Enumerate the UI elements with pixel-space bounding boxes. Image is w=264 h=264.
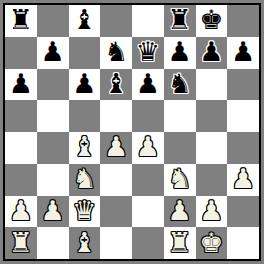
square-g6[interactable] <box>196 69 228 101</box>
white-rook-piece: ♜ <box>168 229 192 256</box>
black-bishop-piece: ♝ <box>72 6 96 33</box>
square-a1[interactable]: ♜ <box>5 227 37 259</box>
square-c4[interactable]: ♝ <box>69 132 101 164</box>
white-pawn-piece: ♟ <box>231 165 255 192</box>
square-b5[interactable] <box>37 100 69 132</box>
square-a2[interactable]: ♟ <box>5 196 37 228</box>
square-f1[interactable]: ♜ <box>164 227 196 259</box>
black-pawn-piece: ♟ <box>231 38 255 65</box>
square-g5[interactable] <box>196 100 228 132</box>
square-b1[interactable] <box>37 227 69 259</box>
square-f5[interactable] <box>164 100 196 132</box>
square-c6[interactable]: ♟ <box>69 69 101 101</box>
square-h5[interactable] <box>227 100 259 132</box>
black-king-piece: ♚ <box>199 6 223 33</box>
square-f8[interactable]: ♜ <box>164 5 196 37</box>
black-pawn-piece: ♟ <box>199 38 223 65</box>
square-b3[interactable] <box>37 164 69 196</box>
square-g1[interactable]: ♚ <box>196 227 228 259</box>
black-pawn-piece: ♟ <box>136 70 160 97</box>
square-a6[interactable]: ♟ <box>5 69 37 101</box>
square-h1[interactable] <box>227 227 259 259</box>
square-d6[interactable]: ♝ <box>100 69 132 101</box>
black-bishop-piece: ♝ <box>104 70 128 97</box>
white-pawn-piece: ♟ <box>41 197 65 224</box>
square-e5[interactable] <box>132 100 164 132</box>
square-h7[interactable]: ♟ <box>227 37 259 69</box>
square-h8[interactable] <box>227 5 259 37</box>
black-pawn-piece: ♟ <box>168 38 192 65</box>
white-king-piece: ♚ <box>199 229 223 256</box>
black-knight-piece: ♞ <box>168 70 192 97</box>
square-f4[interactable] <box>164 132 196 164</box>
square-h3[interactable]: ♟ <box>227 164 259 196</box>
square-c8[interactable]: ♝ <box>69 5 101 37</box>
black-pawn-piece: ♟ <box>9 70 33 97</box>
square-d7[interactable]: ♞ <box>100 37 132 69</box>
white-knight-piece: ♞ <box>168 165 192 192</box>
square-d3[interactable] <box>100 164 132 196</box>
board-frame: ♜♝♜♚♟♞♛♟♟♟♟♟♝♟♞♝♟♟♞♞♟♟♟♛♟♟♜♝♜♚ <box>0 0 264 264</box>
square-c5[interactable] <box>69 100 101 132</box>
black-pawn-piece: ♟ <box>41 38 65 65</box>
square-d5[interactable] <box>100 100 132 132</box>
square-b2[interactable]: ♟ <box>37 196 69 228</box>
square-d1[interactable] <box>100 227 132 259</box>
square-g8[interactable]: ♚ <box>196 5 228 37</box>
white-pawn-piece: ♟ <box>168 197 192 224</box>
square-f2[interactable]: ♟ <box>164 196 196 228</box>
square-a7[interactable] <box>5 37 37 69</box>
square-e1[interactable] <box>132 227 164 259</box>
square-g7[interactable]: ♟ <box>196 37 228 69</box>
white-pawn-piece: ♟ <box>104 133 128 160</box>
square-d2[interactable] <box>100 196 132 228</box>
white-bishop-piece: ♝ <box>72 229 96 256</box>
black-rook-piece: ♜ <box>9 6 33 33</box>
square-g2[interactable]: ♟ <box>196 196 228 228</box>
square-f7[interactable]: ♟ <box>164 37 196 69</box>
black-queen-piece: ♛ <box>136 38 160 65</box>
square-a3[interactable] <box>5 164 37 196</box>
white-pawn-piece: ♟ <box>199 197 223 224</box>
square-b4[interactable] <box>37 132 69 164</box>
square-c2[interactable]: ♛ <box>69 196 101 228</box>
black-rook-piece: ♜ <box>168 6 192 33</box>
white-knight-piece: ♞ <box>72 165 96 192</box>
square-f3[interactable]: ♞ <box>164 164 196 196</box>
square-c3[interactable]: ♞ <box>69 164 101 196</box>
square-h6[interactable] <box>227 69 259 101</box>
square-e8[interactable] <box>132 5 164 37</box>
square-d4[interactable]: ♟ <box>100 132 132 164</box>
square-h2[interactable] <box>227 196 259 228</box>
square-g4[interactable] <box>196 132 228 164</box>
square-e4[interactable]: ♟ <box>132 132 164 164</box>
square-e3[interactable] <box>132 164 164 196</box>
square-b7[interactable]: ♟ <box>37 37 69 69</box>
white-bishop-piece: ♝ <box>72 133 96 160</box>
square-a5[interactable] <box>5 100 37 132</box>
square-b8[interactable] <box>37 5 69 37</box>
square-h4[interactable] <box>227 132 259 164</box>
square-a4[interactable] <box>5 132 37 164</box>
white-rook-piece: ♜ <box>9 229 33 256</box>
square-c7[interactable] <box>69 37 101 69</box>
square-e7[interactable]: ♛ <box>132 37 164 69</box>
square-c1[interactable]: ♝ <box>69 227 101 259</box>
square-g3[interactable] <box>196 164 228 196</box>
black-pawn-piece: ♟ <box>72 70 96 97</box>
square-e2[interactable] <box>132 196 164 228</box>
square-f6[interactable]: ♞ <box>164 69 196 101</box>
white-pawn-piece: ♟ <box>9 197 33 224</box>
white-pawn-piece: ♟ <box>136 133 160 160</box>
square-d8[interactable] <box>100 5 132 37</box>
square-a8[interactable]: ♜ <box>5 5 37 37</box>
square-b6[interactable] <box>37 69 69 101</box>
square-e6[interactable]: ♟ <box>132 69 164 101</box>
white-queen-piece: ♛ <box>72 197 96 224</box>
black-knight-piece: ♞ <box>104 38 128 65</box>
chess-board: ♜♝♜♚♟♞♛♟♟♟♟♟♝♟♞♝♟♟♞♞♟♟♟♛♟♟♜♝♜♚ <box>3 3 261 261</box>
